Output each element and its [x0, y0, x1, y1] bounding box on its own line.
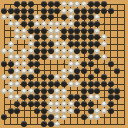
black-stone[interactable]	[28, 94, 34, 100]
black-stone[interactable]	[34, 94, 40, 100]
white-stone[interactable]	[14, 81, 20, 87]
black-stone[interactable]	[94, 54, 100, 60]
white-stone[interactable]	[88, 114, 94, 120]
black-stone[interactable]	[81, 61, 87, 67]
black-stone[interactable]	[8, 8, 14, 14]
black-stone[interactable]	[34, 101, 40, 107]
black-stone[interactable]	[54, 1, 60, 7]
white-stone[interactable]	[68, 54, 74, 60]
white-stone[interactable]	[61, 88, 67, 94]
black-stone[interactable]	[108, 81, 114, 87]
black-stone[interactable]	[1, 8, 7, 14]
black-stone[interactable]	[101, 74, 107, 80]
black-stone[interactable]	[68, 28, 74, 34]
black-stone[interactable]	[81, 41, 87, 47]
black-stone[interactable]	[28, 1, 34, 7]
white-stone[interactable]	[48, 21, 54, 27]
white-stone[interactable]	[54, 114, 60, 120]
black-stone[interactable]	[88, 81, 94, 87]
black-stone[interactable]	[41, 88, 47, 94]
white-stone[interactable]	[54, 121, 60, 127]
white-stone[interactable]	[61, 1, 67, 7]
black-stone[interactable]	[48, 1, 54, 7]
black-stone[interactable]	[74, 48, 80, 54]
black-stone[interactable]	[88, 34, 94, 40]
black-stone[interactable]	[88, 14, 94, 20]
white-stone[interactable]	[48, 101, 54, 107]
black-stone[interactable]	[74, 101, 80, 107]
black-stone[interactable]	[14, 1, 20, 7]
black-stone[interactable]	[34, 34, 40, 40]
white-stone[interactable]	[54, 74, 60, 80]
white-stone[interactable]	[14, 28, 20, 34]
white-stone[interactable]	[94, 28, 100, 34]
white-stone[interactable]	[68, 81, 74, 87]
white-stone[interactable]	[28, 34, 34, 40]
black-stone[interactable]	[108, 101, 114, 107]
white-stone[interactable]	[68, 108, 74, 114]
white-stone[interactable]	[68, 48, 74, 54]
black-stone[interactable]	[28, 54, 34, 60]
white-stone[interactable]	[8, 48, 14, 54]
black-stone[interactable]	[21, 101, 27, 107]
black-stone[interactable]	[94, 88, 100, 94]
black-stone[interactable]	[114, 68, 120, 74]
black-stone[interactable]	[28, 14, 34, 20]
black-stone[interactable]	[74, 108, 80, 114]
black-stone[interactable]	[21, 21, 27, 27]
black-stone[interactable]	[88, 101, 94, 107]
black-stone[interactable]	[48, 114, 54, 120]
black-stone[interactable]	[68, 94, 74, 100]
black-stone[interactable]	[41, 101, 47, 107]
black-stone[interactable]	[34, 68, 40, 74]
white-stone[interactable]	[8, 94, 14, 100]
white-stone[interactable]	[48, 94, 54, 100]
white-stone[interactable]	[74, 61, 80, 67]
black-stone[interactable]	[41, 114, 47, 120]
black-stone[interactable]	[81, 94, 87, 100]
black-stone[interactable]	[8, 68, 14, 74]
black-stone[interactable]	[34, 48, 40, 54]
black-stone[interactable]	[48, 74, 54, 80]
black-stone[interactable]	[81, 28, 87, 34]
white-stone[interactable]	[8, 54, 14, 60]
black-stone[interactable]	[81, 81, 87, 87]
white-stone[interactable]	[54, 94, 60, 100]
black-stone[interactable]	[61, 14, 67, 20]
white-stone[interactable]	[74, 1, 80, 7]
white-stone[interactable]	[88, 94, 94, 100]
black-stone[interactable]	[88, 88, 94, 94]
white-stone[interactable]	[61, 54, 67, 60]
black-stone[interactable]	[48, 14, 54, 20]
black-stone[interactable]	[94, 21, 100, 27]
black-stone[interactable]	[34, 88, 40, 94]
black-stone[interactable]	[108, 88, 114, 94]
white-stone[interactable]	[14, 21, 20, 27]
white-stone[interactable]	[8, 14, 14, 20]
black-stone[interactable]	[41, 28, 47, 34]
white-stone[interactable]	[48, 54, 54, 60]
white-stone[interactable]	[68, 68, 74, 74]
white-stone[interactable]	[14, 74, 20, 80]
white-stone[interactable]	[81, 1, 87, 7]
black-stone[interactable]	[61, 34, 67, 40]
white-stone[interactable]	[68, 1, 74, 7]
black-stone[interactable]	[21, 74, 27, 80]
white-stone[interactable]	[48, 108, 54, 114]
black-stone[interactable]	[81, 68, 87, 74]
black-stone[interactable]	[94, 34, 100, 40]
black-stone[interactable]	[74, 74, 80, 80]
black-stone[interactable]	[21, 14, 27, 20]
black-stone[interactable]	[108, 94, 114, 100]
white-stone[interactable]	[68, 8, 74, 14]
white-stone[interactable]	[8, 41, 14, 47]
white-stone[interactable]	[21, 88, 27, 94]
white-stone[interactable]	[61, 21, 67, 27]
white-stone[interactable]	[101, 54, 107, 60]
white-stone[interactable]	[54, 21, 60, 27]
black-stone[interactable]	[41, 1, 47, 7]
white-stone[interactable]	[61, 94, 67, 100]
black-stone[interactable]	[88, 54, 94, 60]
black-stone[interactable]	[81, 114, 87, 120]
white-stone[interactable]	[28, 48, 34, 54]
white-stone[interactable]	[61, 114, 67, 120]
black-stone[interactable]	[101, 81, 107, 87]
white-stone[interactable]	[21, 48, 27, 54]
black-stone[interactable]	[14, 14, 20, 20]
black-stone[interactable]	[34, 28, 40, 34]
black-stone[interactable]	[1, 114, 7, 120]
black-stone[interactable]	[41, 108, 47, 114]
black-stone[interactable]	[21, 8, 27, 14]
black-stone[interactable]	[48, 81, 54, 87]
white-stone[interactable]	[41, 21, 47, 27]
white-stone[interactable]	[54, 48, 60, 54]
black-stone[interactable]	[34, 61, 40, 67]
black-stone[interactable]	[74, 8, 80, 14]
board-grid-line-vertical	[124, 4, 125, 125]
star-point	[103, 23, 105, 25]
black-stone[interactable]	[101, 1, 107, 7]
white-stone[interactable]	[54, 54, 60, 60]
black-stone[interactable]	[88, 108, 94, 114]
white-stone[interactable]	[94, 48, 100, 54]
white-stone[interactable]	[68, 14, 74, 20]
white-stone[interactable]	[101, 101, 107, 107]
board-grid-line-vertical	[117, 4, 118, 125]
black-stone[interactable]	[88, 28, 94, 34]
black-stone[interactable]	[8, 108, 14, 114]
black-stone[interactable]	[41, 34, 47, 40]
white-stone[interactable]	[101, 108, 107, 114]
white-stone[interactable]	[61, 8, 67, 14]
white-stone[interactable]	[48, 34, 54, 40]
white-stone[interactable]	[21, 34, 27, 40]
black-stone[interactable]	[88, 74, 94, 80]
black-stone[interactable]	[68, 41, 74, 47]
white-stone[interactable]	[61, 101, 67, 107]
black-stone[interactable]	[88, 1, 94, 7]
black-stone[interactable]	[81, 14, 87, 20]
white-stone[interactable]	[54, 101, 60, 107]
white-stone[interactable]	[61, 108, 67, 114]
black-stone[interactable]	[54, 81, 60, 87]
white-stone[interactable]	[1, 88, 7, 94]
black-stone[interactable]	[21, 81, 27, 87]
black-stone[interactable]	[14, 101, 20, 107]
black-stone[interactable]	[1, 61, 7, 67]
white-stone[interactable]	[94, 94, 100, 100]
black-stone[interactable]	[21, 94, 27, 100]
black-stone[interactable]	[48, 88, 54, 94]
white-stone[interactable]	[1, 14, 7, 20]
go-app-window	[0, 0, 128, 128]
white-stone[interactable]	[1, 74, 7, 80]
black-stone[interactable]	[94, 1, 100, 7]
white-stone[interactable]	[14, 61, 20, 67]
black-stone[interactable]	[48, 121, 54, 127]
black-stone[interactable]	[8, 61, 14, 67]
white-stone[interactable]	[74, 81, 80, 87]
black-stone[interactable]	[41, 14, 47, 20]
black-stone[interactable]	[74, 14, 80, 20]
white-stone[interactable]	[101, 34, 107, 40]
star-point	[63, 63, 65, 65]
black-stone[interactable]	[94, 68, 100, 74]
black-stone[interactable]	[74, 94, 80, 100]
black-stone[interactable]	[34, 81, 40, 87]
white-stone[interactable]	[94, 114, 100, 120]
black-stone[interactable]	[88, 21, 94, 27]
black-stone[interactable]	[81, 101, 87, 107]
white-stone[interactable]	[34, 21, 40, 27]
white-stone[interactable]	[21, 54, 27, 60]
black-stone[interactable]	[61, 81, 67, 87]
star-point	[103, 63, 105, 65]
black-stone[interactable]	[41, 48, 47, 54]
white-stone[interactable]	[21, 61, 27, 67]
black-stone[interactable]	[21, 1, 27, 7]
white-stone[interactable]	[61, 41, 67, 47]
white-stone[interactable]	[54, 34, 60, 40]
white-stone[interactable]	[74, 54, 80, 60]
black-stone[interactable]	[81, 34, 87, 40]
white-stone[interactable]	[28, 68, 34, 74]
white-stone[interactable]	[54, 108, 60, 114]
black-stone[interactable]	[41, 121, 47, 127]
white-stone[interactable]	[8, 88, 14, 94]
white-stone[interactable]	[8, 81, 14, 87]
black-stone[interactable]	[68, 74, 74, 80]
black-stone[interactable]	[81, 8, 87, 14]
white-stone[interactable]	[14, 34, 20, 40]
white-stone[interactable]	[48, 28, 54, 34]
black-stone[interactable]	[48, 48, 54, 54]
black-stone[interactable]	[94, 81, 100, 87]
white-stone[interactable]	[34, 14, 40, 20]
black-stone[interactable]	[41, 81, 47, 87]
black-stone[interactable]	[54, 8, 60, 14]
black-stone[interactable]	[41, 54, 47, 60]
black-stone[interactable]	[74, 34, 80, 40]
white-stone[interactable]	[101, 41, 107, 47]
black-stone[interactable]	[88, 41, 94, 47]
white-stone[interactable]	[68, 61, 74, 67]
black-stone[interactable]	[28, 101, 34, 107]
white-stone[interactable]	[14, 68, 20, 74]
black-stone[interactable]	[108, 8, 114, 14]
black-stone[interactable]	[101, 8, 107, 14]
black-stone[interactable]	[94, 41, 100, 47]
black-stone[interactable]	[74, 68, 80, 74]
white-stone[interactable]	[14, 94, 20, 100]
white-stone[interactable]	[8, 74, 14, 80]
black-stone[interactable]	[28, 28, 34, 34]
black-stone[interactable]	[28, 74, 34, 80]
black-stone[interactable]	[81, 48, 87, 54]
black-stone[interactable]	[14, 8, 20, 14]
black-stone[interactable]	[41, 94, 47, 100]
black-stone[interactable]	[48, 41, 54, 47]
white-stone[interactable]	[28, 88, 34, 94]
black-stone[interactable]	[61, 28, 67, 34]
black-stone[interactable]	[108, 61, 114, 67]
black-stone[interactable]	[21, 121, 27, 127]
white-stone[interactable]	[61, 48, 67, 54]
black-stone[interactable]	[34, 54, 40, 60]
black-stone[interactable]	[94, 8, 100, 14]
black-stone[interactable]	[81, 21, 87, 27]
black-stone[interactable]	[41, 8, 47, 14]
white-stone[interactable]	[14, 54, 20, 60]
white-stone[interactable]	[21, 28, 27, 34]
white-stone[interactable]	[61, 74, 67, 80]
white-stone[interactable]	[21, 68, 27, 74]
black-stone[interactable]	[14, 108, 20, 114]
white-stone[interactable]	[68, 101, 74, 107]
black-stone[interactable]	[28, 21, 34, 27]
white-stone[interactable]	[61, 68, 67, 74]
black-stone[interactable]	[88, 61, 94, 67]
black-stone[interactable]	[48, 8, 54, 14]
black-stone[interactable]	[34, 41, 40, 47]
black-stone[interactable]	[34, 108, 40, 114]
black-stone[interactable]	[114, 94, 120, 100]
black-stone[interactable]	[28, 61, 34, 67]
white-stone[interactable]	[54, 28, 60, 34]
black-stone[interactable]	[41, 74, 47, 80]
black-stone[interactable]	[68, 34, 74, 40]
black-stone[interactable]	[28, 81, 34, 87]
black-stone[interactable]	[88, 48, 94, 54]
white-stone[interactable]	[54, 88, 60, 94]
black-stone[interactable]	[114, 88, 120, 94]
black-stone[interactable]	[74, 41, 80, 47]
go-board[interactable]	[0, 0, 128, 128]
white-stone[interactable]	[94, 14, 100, 20]
black-stone[interactable]	[41, 41, 47, 47]
black-stone[interactable]	[74, 28, 80, 34]
white-stone[interactable]	[28, 41, 34, 47]
white-stone[interactable]	[54, 41, 60, 47]
white-stone[interactable]	[8, 21, 14, 27]
white-stone[interactable]	[68, 21, 74, 27]
white-stone[interactable]	[94, 108, 100, 114]
black-stone[interactable]	[74, 21, 80, 27]
black-stone[interactable]	[108, 108, 114, 114]
white-stone[interactable]	[1, 48, 7, 54]
black-stone[interactable]	[28, 8, 34, 14]
black-stone[interactable]	[88, 8, 94, 14]
black-stone[interactable]	[81, 88, 87, 94]
